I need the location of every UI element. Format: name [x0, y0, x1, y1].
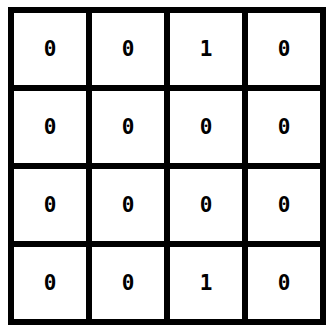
grid-cell-r4c2: 0 — [92, 247, 164, 319]
grid-cell-r2c1: 0 — [14, 91, 86, 163]
grid-cell-r1c3: 1 — [170, 13, 242, 85]
grid-cell-r3c3: 0 — [170, 169, 242, 241]
grid-cell-r1c2: 0 — [92, 13, 164, 85]
grid-cell-r2c3: 0 — [170, 91, 242, 163]
grid-cell-r3c4: 0 — [248, 169, 320, 241]
grid-cell-r3c1: 0 — [14, 169, 86, 241]
grid-cell-r3c2: 0 — [92, 169, 164, 241]
grid-cell-r2c4: 0 — [248, 91, 320, 163]
grid-cell-r4c4: 0 — [248, 247, 320, 319]
grid-cell-r1c4: 0 — [248, 13, 320, 85]
grid-cell-r2c2: 0 — [92, 91, 164, 163]
grid-cell-r1c1: 0 — [14, 13, 86, 85]
grid-cell-r4c1: 0 — [14, 247, 86, 319]
binary-grid-board: 0 0 1 0 0 0 0 0 0 0 0 0 0 0 1 0 — [8, 7, 326, 325]
grid-cell-r4c3: 1 — [170, 247, 242, 319]
